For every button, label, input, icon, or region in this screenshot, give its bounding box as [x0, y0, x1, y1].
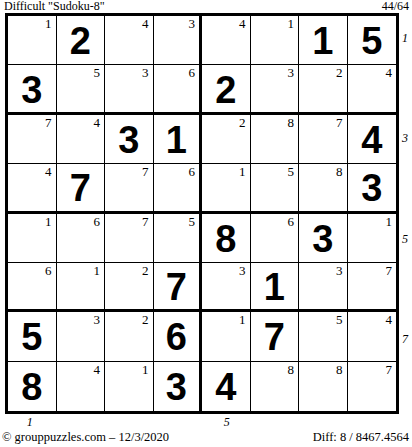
cell-r3c7[interactable]: 7 [299, 115, 348, 164]
pencil-mark: 7 [142, 215, 149, 228]
row-label-7: 7 [402, 333, 408, 345]
cell-r6c5[interactable]: 3 [202, 263, 251, 312]
big-digit: 3 [361, 167, 382, 207]
pencil-mark: 1 [45, 17, 52, 30]
cell-r7c5[interactable]: 1 [202, 312, 251, 361]
pencil-mark: 4 [45, 165, 52, 178]
pencil-mark: 8 [288, 363, 295, 376]
big-digit: 5 [21, 316, 42, 356]
pencil-mark: 5 [288, 165, 295, 178]
pencil-mark: 6 [288, 215, 295, 228]
pencil-mark: 6 [94, 215, 101, 228]
cell-r6c6[interactable]: 1 [251, 263, 300, 312]
cell-r8c1[interactable]: 8 [8, 362, 57, 411]
cell-r8c8[interactable]: 7 [348, 362, 397, 411]
cell-r8c3[interactable]: 1 [105, 362, 154, 411]
pencil-mark: 3 [189, 17, 196, 30]
cell-r7c6[interactable]: 7 [251, 312, 300, 361]
pencil-mark: 1 [45, 215, 52, 228]
pencil-mark: 8 [336, 165, 343, 178]
cell-r8c6[interactable]: 8 [251, 362, 300, 411]
big-digit: 8 [21, 366, 42, 406]
cell-r5c6[interactable]: 6 [251, 214, 300, 263]
pencil-mark: 7 [45, 116, 52, 129]
cell-r5c5[interactable]: 8 [202, 214, 251, 263]
big-digit: 7 [264, 316, 285, 356]
pencil-mark: 1 [386, 215, 393, 228]
cell-r1c1[interactable]: 1 [8, 16, 57, 65]
cell-r2c6[interactable]: 3 [251, 65, 300, 114]
pencil-mark: 2 [336, 66, 343, 79]
sudoku-grid: 1243411535362324743128744776158316758631… [5, 13, 399, 414]
pencil-mark: 3 [142, 66, 149, 79]
cell-r6c2[interactable]: 1 [57, 263, 106, 312]
pencil-mark: 4 [239, 17, 246, 30]
cell-r4c8[interactable]: 3 [348, 164, 397, 213]
big-digit: 2 [70, 20, 91, 60]
pencil-mark: 2 [239, 116, 246, 129]
cell-r7c4[interactable]: 6 [154, 312, 203, 361]
cell-r1c6[interactable]: 1 [251, 16, 300, 65]
cell-r3c6[interactable]: 8 [251, 115, 300, 164]
pencil-mark: 4 [94, 363, 101, 376]
cell-r5c1[interactable]: 1 [8, 214, 57, 263]
big-digit: 3 [118, 119, 139, 159]
big-digit: 3 [166, 366, 187, 406]
pencil-mark: 3 [239, 264, 246, 277]
cell-r8c2[interactable]: 4 [57, 362, 106, 411]
pencil-mark: 1 [142, 363, 149, 376]
pencil-mark: 1 [239, 165, 246, 178]
cell-r8c7[interactable]: 8 [299, 362, 348, 411]
row-labels: 1357 [400, 13, 412, 414]
row-label-1: 1 [402, 32, 408, 44]
col-label-1: 1 [27, 416, 33, 428]
cell-counter: 44/64 [382, 0, 409, 13]
footer-difficulty: Diff: 8 / 8467.4564 [313, 430, 409, 445]
big-digit: 1 [312, 20, 333, 60]
pencil-mark: 8 [336, 363, 343, 376]
cell-r3c3[interactable]: 3 [105, 115, 154, 164]
cell-r2c5[interactable]: 2 [202, 65, 251, 114]
cell-r2c2[interactable]: 5 [57, 65, 106, 114]
cell-r2c3[interactable]: 3 [105, 65, 154, 114]
cell-r6c7[interactable]: 3 [299, 263, 348, 312]
row-label-3: 3 [402, 132, 408, 144]
big-digit: 1 [264, 266, 285, 306]
cell-r4c2[interactable]: 7 [57, 164, 106, 213]
big-digit: 4 [215, 366, 236, 406]
cell-r5c3[interactable]: 7 [105, 214, 154, 263]
cell-r5c2[interactable]: 6 [57, 214, 106, 263]
pencil-mark: 2 [142, 313, 149, 326]
footer-copyright: © grouppuzzles.com – 12/3/2020 [2, 430, 169, 445]
cell-r3c1[interactable]: 7 [8, 115, 57, 164]
pencil-mark: 2 [142, 264, 149, 277]
cell-r4c7[interactable]: 8 [299, 164, 348, 213]
col-labels: 15 [5, 415, 399, 429]
cell-r2c4[interactable]: 6 [154, 65, 203, 114]
cell-r5c7[interactable]: 3 [299, 214, 348, 263]
cell-r1c2[interactable]: 2 [57, 16, 106, 65]
pencil-mark: 1 [288, 17, 295, 30]
cell-r8c5[interactable]: 4 [202, 362, 251, 411]
pencil-mark: 5 [189, 215, 196, 228]
pencil-mark: 3 [336, 264, 343, 277]
cell-r6c1[interactable]: 6 [8, 263, 57, 312]
pencil-mark: 8 [288, 116, 295, 129]
col-label-5: 5 [224, 416, 230, 428]
cell-r4c6[interactable]: 5 [251, 164, 300, 213]
cell-r6c8[interactable]: 7 [348, 263, 397, 312]
cell-r2c7[interactable]: 2 [299, 65, 348, 114]
pencil-mark: 4 [386, 66, 393, 79]
pencil-mark: 5 [336, 313, 343, 326]
cell-r4c4[interactable]: 6 [154, 164, 203, 213]
cell-r1c5[interactable]: 4 [202, 16, 251, 65]
cell-r7c2[interactable]: 3 [57, 312, 106, 361]
cell-r3c5[interactable]: 2 [202, 115, 251, 164]
cell-r7c1[interactable]: 5 [8, 312, 57, 361]
cell-r6c4[interactable]: 7 [154, 263, 203, 312]
row-label-5: 5 [402, 233, 408, 245]
pencil-mark: 4 [386, 313, 393, 326]
cell-r3c4[interactable]: 1 [154, 115, 203, 164]
cell-r5c4[interactable]: 5 [154, 214, 203, 263]
big-digit: 7 [70, 167, 91, 207]
big-digit: 2 [215, 69, 236, 109]
cell-r1c7[interactable]: 1 [299, 16, 348, 65]
cell-r4c1[interactable]: 4 [8, 164, 57, 213]
cell-r1c4[interactable]: 3 [154, 16, 203, 65]
big-digit: 1 [166, 119, 187, 159]
big-digit: 3 [312, 218, 333, 258]
pencil-mark: 7 [336, 116, 343, 129]
pencil-mark: 6 [45, 264, 52, 277]
pencil-mark: 4 [94, 116, 101, 129]
cell-r2c1[interactable]: 3 [8, 65, 57, 114]
cell-r1c3[interactable]: 4 [105, 16, 154, 65]
cell-r2c8[interactable]: 4 [348, 65, 397, 114]
pencil-mark: 7 [386, 264, 393, 277]
cell-r7c7[interactable]: 5 [299, 312, 348, 361]
big-digit: 3 [21, 69, 42, 109]
pencil-mark: 3 [288, 66, 295, 79]
cell-r3c8[interactable]: 4 [348, 115, 397, 164]
pencil-mark: 4 [142, 17, 149, 30]
cell-r3c2[interactable]: 4 [57, 115, 106, 164]
big-digit: 5 [361, 20, 382, 60]
cell-r6c3[interactable]: 2 [105, 263, 154, 312]
pencil-mark: 1 [239, 313, 246, 326]
pencil-mark: 3 [94, 313, 101, 326]
cell-r7c8[interactable]: 4 [348, 312, 397, 361]
pencil-mark: 6 [189, 66, 196, 79]
cell-r5c8[interactable]: 1 [348, 214, 397, 263]
pencil-mark: 7 [386, 363, 393, 376]
big-digit: 8 [215, 218, 236, 258]
page-title: Difficult "Sudoku-8" [4, 0, 105, 13]
cell-r1c8[interactable]: 5 [348, 16, 397, 65]
cell-r8c4[interactable]: 3 [154, 362, 203, 411]
cell-r4c5[interactable]: 1 [202, 164, 251, 213]
cell-r4c3[interactable]: 7 [105, 164, 154, 213]
pencil-mark: 5 [94, 66, 101, 79]
big-digit: 4 [361, 119, 382, 159]
pencil-mark: 1 [94, 264, 101, 277]
cell-r7c3[interactable]: 2 [105, 312, 154, 361]
pencil-mark: 7 [142, 165, 149, 178]
big-digit: 7 [166, 266, 187, 306]
big-digit: 6 [166, 316, 187, 356]
pencil-mark: 6 [189, 165, 196, 178]
